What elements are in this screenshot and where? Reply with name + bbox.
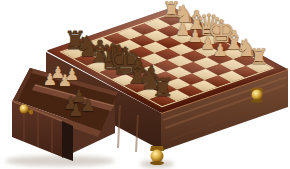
front-brass-foot	[151, 150, 164, 163]
knob-base	[29, 109, 33, 114]
chess-set-photo: ♜♞♝♛♚♝♞♜♟♟♟♟♜♞♝♛♚♝♞♜♟♟♟♟ ♟♟♟♟♟♟♟♟	[0, 0, 290, 169]
brass-drawer-knob	[20, 105, 29, 114]
front-foot-base	[150, 161, 164, 165]
drawer-corner-post	[62, 121, 73, 161]
right-brass-foot	[252, 90, 263, 101]
drawer-shadow	[5, 156, 115, 167]
right-foot-base	[251, 99, 263, 103]
